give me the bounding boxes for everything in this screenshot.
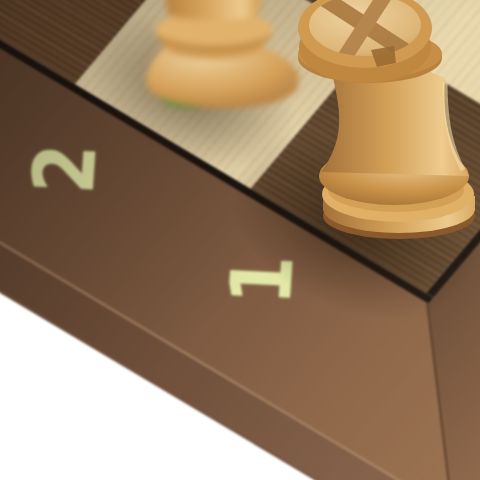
white-rook-piece bbox=[293, 0, 480, 242]
rank-label-2: 2 bbox=[18, 129, 113, 209]
white-pawn-piece bbox=[135, 0, 310, 111]
board-photo: 2 1 bbox=[0, 0, 480, 480]
